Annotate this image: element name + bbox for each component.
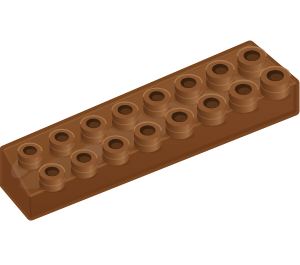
stud-back-3	[80, 116, 108, 145]
stud-hole-floor	[247, 54, 259, 61]
stud-front-3	[101, 136, 130, 167]
stud-hole-floor	[57, 135, 67, 141]
stud-hole-floor	[175, 115, 187, 122]
stud-back-1	[17, 143, 43, 171]
stud-back-2	[48, 129, 75, 157]
stud-hole-floor	[206, 101, 218, 108]
stud-front-4	[133, 122, 163, 153]
stud-hole-floor	[143, 129, 154, 135]
stud-front-5	[164, 108, 194, 140]
stud-hole-floor	[270, 74, 283, 81]
stud-hole-floor	[26, 149, 36, 155]
stud-hole-floor	[238, 88, 250, 95]
stud-hole-floor	[184, 81, 196, 87]
stud-hole-floor	[48, 170, 59, 176]
stud-hole-floor	[89, 122, 100, 128]
stud-hole-floor	[215, 67, 227, 74]
stud-hole-floor	[111, 142, 122, 148]
stud-front-1	[38, 164, 65, 193]
stud-hole-floor	[152, 95, 163, 101]
stud-hole-floor	[79, 156, 90, 162]
stud-front-2	[70, 150, 98, 180]
duplo-plate-2x8-render	[0, 0, 300, 265]
stud-front-7	[227, 80, 259, 114]
stud-hole-floor	[121, 108, 132, 114]
product-image-canvas	[0, 0, 300, 265]
stud-front-8	[259, 66, 292, 100]
stud-front-6	[196, 94, 227, 127]
